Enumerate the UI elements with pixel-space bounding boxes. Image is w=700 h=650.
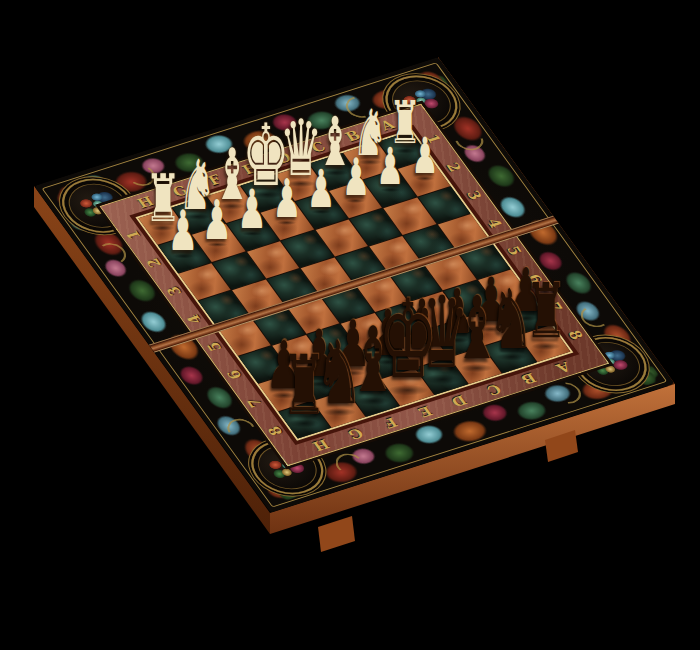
box-foot (318, 516, 355, 552)
chess-set-photo: 11HH22GG33FF44EE55DD66CC77BB88AA ♜♞♝♛♚♝♞… (0, 0, 700, 650)
